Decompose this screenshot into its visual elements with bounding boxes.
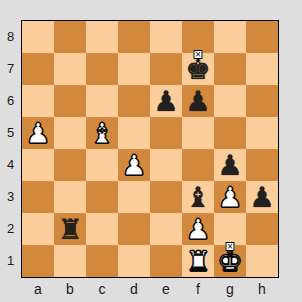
square-e3[interactable] xyxy=(150,181,182,213)
white-pawn[interactable]: ♟ xyxy=(22,117,54,149)
square-h4[interactable] xyxy=(246,149,278,181)
square-c7[interactable] xyxy=(86,53,118,85)
white-pawn[interactable]: ♟ xyxy=(214,181,246,213)
square-c3[interactable] xyxy=(86,181,118,213)
square-f5[interactable] xyxy=(182,117,214,149)
square-b8[interactable] xyxy=(54,21,86,53)
screenshot-root: { "game": "chess", "position": { "fen": … xyxy=(0,0,302,302)
square-a2[interactable] xyxy=(22,213,54,245)
black-pawn[interactable]: ♟ xyxy=(214,149,246,181)
white-bishop[interactable]: ♝ xyxy=(86,117,118,149)
file-label-g: g xyxy=(214,280,246,298)
square-c5[interactable]: ♝ xyxy=(86,117,118,149)
square-h1[interactable] xyxy=(246,245,278,277)
square-f4[interactable] xyxy=(182,149,214,181)
square-h2[interactable] xyxy=(246,213,278,245)
square-e8[interactable] xyxy=(150,21,182,53)
square-d2[interactable] xyxy=(118,213,150,245)
square-b7[interactable] xyxy=(54,53,86,85)
square-g2[interactable] xyxy=(214,213,246,245)
square-b1[interactable] xyxy=(54,245,86,277)
king-cross-icon: × xyxy=(194,50,203,59)
square-g3[interactable]: ♟ xyxy=(214,181,246,213)
square-d8[interactable] xyxy=(118,21,150,53)
file-label-h: h xyxy=(246,280,278,298)
rank-label-5: 5 xyxy=(2,117,19,149)
file-label-c: c xyxy=(86,280,118,298)
square-c2[interactable] xyxy=(86,213,118,245)
square-a4[interactable] xyxy=(22,149,54,181)
white-rook[interactable]: ♜ xyxy=(182,245,214,277)
square-a6[interactable] xyxy=(22,85,54,117)
square-e5[interactable] xyxy=(150,117,182,149)
rank-label-8: 8 xyxy=(2,21,19,53)
black-pawn[interactable]: ♟ xyxy=(182,85,214,117)
rank-label-6: 6 xyxy=(2,85,19,117)
black-rook[interactable]: ♜ xyxy=(54,213,86,245)
rank-label-7: 7 xyxy=(2,53,19,85)
square-b2[interactable]: ♜ xyxy=(54,213,86,245)
square-g8[interactable] xyxy=(214,21,246,53)
square-e6[interactable]: ♟ xyxy=(150,85,182,117)
square-h8[interactable] xyxy=(246,21,278,53)
white-pawn[interactable]: ♟ xyxy=(118,149,150,181)
rank-label-3: 3 xyxy=(2,181,19,213)
square-a8[interactable] xyxy=(22,21,54,53)
square-c1[interactable] xyxy=(86,245,118,277)
square-b6[interactable] xyxy=(54,85,86,117)
square-f2[interactable]: ♟ xyxy=(182,213,214,245)
square-d3[interactable] xyxy=(118,181,150,213)
rank-label-1: 1 xyxy=(2,245,19,277)
black-bishop[interactable]: ♝ xyxy=(182,181,214,213)
square-g7[interactable] xyxy=(214,53,246,85)
rank-label-4: 4 xyxy=(2,149,19,181)
square-a3[interactable] xyxy=(22,181,54,213)
square-f8[interactable] xyxy=(182,21,214,53)
square-f7[interactable]: ♚× xyxy=(182,53,214,85)
square-d7[interactable] xyxy=(118,53,150,85)
white-pawn[interactable]: ♟ xyxy=(182,213,214,245)
square-a1[interactable] xyxy=(22,245,54,277)
file-label-d: d xyxy=(118,280,150,298)
square-b4[interactable] xyxy=(54,149,86,181)
board-grid: ♚×♟♟♟♝♟♟♝♟♟♜♟♜♚× xyxy=(22,21,278,277)
black-pawn[interactable]: ♟ xyxy=(246,181,278,213)
square-f1[interactable]: ♜ xyxy=(182,245,214,277)
file-label-a: a xyxy=(22,280,54,298)
file-label-f: f xyxy=(182,280,214,298)
chess-app: ♚×♟♟♟♝♟♟♝♟♟♜♟♜♚× 87654321 abcdefgh xyxy=(0,0,302,302)
square-a7[interactable] xyxy=(22,53,54,85)
rank-label-2: 2 xyxy=(2,213,19,245)
file-label-e: e xyxy=(150,280,182,298)
square-d4[interactable]: ♟ xyxy=(118,149,150,181)
square-d6[interactable] xyxy=(118,85,150,117)
square-e7[interactable] xyxy=(150,53,182,85)
square-d1[interactable] xyxy=(118,245,150,277)
square-a5[interactable]: ♟ xyxy=(22,117,54,149)
black-pawn[interactable]: ♟ xyxy=(150,85,182,117)
square-e4[interactable] xyxy=(150,149,182,181)
square-g6[interactable] xyxy=(214,85,246,117)
file-label-b: b xyxy=(54,280,86,298)
square-f6[interactable]: ♟ xyxy=(182,85,214,117)
square-g1[interactable]: ♚× xyxy=(214,245,246,277)
square-h3[interactable]: ♟ xyxy=(246,181,278,213)
square-b3[interactable] xyxy=(54,181,86,213)
square-d5[interactable] xyxy=(118,117,150,149)
square-e1[interactable] xyxy=(150,245,182,277)
square-c4[interactable] xyxy=(86,149,118,181)
square-c6[interactable] xyxy=(86,85,118,117)
square-f3[interactable]: ♝ xyxy=(182,181,214,213)
square-b5[interactable] xyxy=(54,117,86,149)
square-h6[interactable] xyxy=(246,85,278,117)
chess-board: ♚×♟♟♟♝♟♟♝♟♟♜♟♜♚× xyxy=(21,20,279,278)
king-cross-icon: × xyxy=(226,242,235,251)
square-e2[interactable] xyxy=(150,213,182,245)
square-g4[interactable]: ♟ xyxy=(214,149,246,181)
square-c8[interactable] xyxy=(86,21,118,53)
square-g5[interactable] xyxy=(214,117,246,149)
square-h7[interactable] xyxy=(246,53,278,85)
square-h5[interactable] xyxy=(246,117,278,149)
